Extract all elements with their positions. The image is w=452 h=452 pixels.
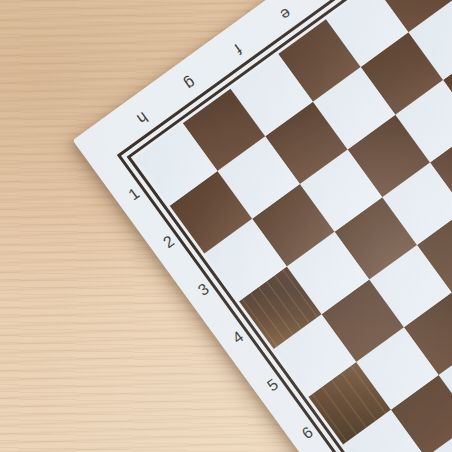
file-label-h-bottom: h [134, 109, 151, 127]
file-label-e-bottom: e [277, 5, 294, 23]
file-label-f-bottom: f [231, 41, 244, 57]
vinyl-chessboard-sheet: aabbccddeeffgghh1122334455667788 [73, 0, 452, 452]
file-label-g-bottom: g [182, 74, 199, 92]
photo-of-chessboard-on-table: aabbccddeeffgghh1122334455667788 [0, 0, 452, 452]
